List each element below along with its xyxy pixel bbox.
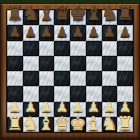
- square-a5[interactable]: [7, 56, 23, 71]
- square-e7[interactable]: ♟: [70, 25, 86, 40]
- black-pawn-f7[interactable]: ♟: [87, 25, 100, 39]
- square-g1[interactable]: ♞: [102, 117, 118, 132]
- square-b6[interactable]: [23, 41, 39, 56]
- square-d7[interactable]: ♟: [54, 25, 70, 40]
- white-knight-b1[interactable]: ♞: [22, 114, 39, 133]
- square-e5[interactable]: [70, 56, 86, 71]
- square-c7[interactable]: ♟: [39, 25, 55, 40]
- chess-app-window: ♜♞♝♛♚♝♞♜♟♟♟♟♟♟♟♟♟♟♟♟♟♟♟♟♜♞♝♛♚♝♞♜: [0, 0, 140, 140]
- square-h5[interactable]: [117, 56, 133, 71]
- square-b7[interactable]: ♟: [23, 25, 39, 40]
- square-e6[interactable]: [70, 41, 86, 56]
- black-pawn-h7[interactable]: ♟: [119, 25, 132, 39]
- square-e1[interactable]: ♚: [70, 117, 86, 132]
- black-pawn-c7[interactable]: ♟: [40, 25, 53, 39]
- square-d4[interactable]: [54, 71, 70, 86]
- square-f5[interactable]: [86, 56, 102, 71]
- square-a1[interactable]: ♜: [7, 117, 23, 132]
- black-rook-h8[interactable]: ♜: [116, 3, 134, 23]
- square-g4[interactable]: [102, 71, 118, 86]
- square-a6[interactable]: [7, 41, 23, 56]
- square-g6[interactable]: [102, 41, 118, 56]
- square-d6[interactable]: [54, 41, 70, 56]
- white-king-e1[interactable]: ♚: [69, 114, 86, 133]
- black-pawn-d7[interactable]: ♟: [56, 25, 69, 39]
- white-bishop-c1[interactable]: ♝: [38, 114, 55, 133]
- square-c5[interactable]: [39, 56, 55, 71]
- white-bishop-f1[interactable]: ♝: [85, 114, 102, 133]
- white-knight-g1[interactable]: ♞: [101, 114, 118, 133]
- square-a4[interactable]: [7, 71, 23, 86]
- square-g5[interactable]: [102, 56, 118, 71]
- chess-board: ♜♞♝♛♚♝♞♜♟♟♟♟♟♟♟♟♟♟♟♟♟♟♟♟♜♞♝♛♚♝♞♜: [7, 10, 133, 132]
- square-c1[interactable]: ♝: [39, 117, 55, 132]
- square-b1[interactable]: ♞: [23, 117, 39, 132]
- square-a7[interactable]: ♟: [7, 25, 23, 40]
- square-b4[interactable]: [23, 71, 39, 86]
- square-f4[interactable]: [86, 71, 102, 86]
- black-pawn-g7[interactable]: ♟: [103, 25, 116, 39]
- white-rook-a1[interactable]: ♜: [6, 114, 23, 133]
- square-h6[interactable]: [117, 41, 133, 56]
- square-h1[interactable]: ♜: [117, 117, 133, 132]
- square-f1[interactable]: ♝: [86, 117, 102, 132]
- square-c6[interactable]: [39, 41, 55, 56]
- square-f7[interactable]: ♟: [86, 25, 102, 40]
- square-g7[interactable]: ♟: [102, 25, 118, 40]
- square-d1[interactable]: ♛: [54, 117, 70, 132]
- white-rook-h1[interactable]: ♜: [117, 114, 134, 133]
- black-pawn-a7[interactable]: ♟: [9, 25, 22, 39]
- black-pawn-e7[interactable]: ♟: [72, 25, 85, 39]
- square-b5[interactable]: [23, 56, 39, 71]
- square-d5[interactable]: [54, 56, 70, 71]
- square-f6[interactable]: [86, 41, 102, 56]
- square-h4[interactable]: [117, 71, 133, 86]
- square-e4[interactable]: [70, 71, 86, 86]
- square-h7[interactable]: ♟: [117, 25, 133, 40]
- black-pawn-b7[interactable]: ♟: [24, 25, 37, 39]
- white-queen-d1[interactable]: ♛: [54, 114, 71, 133]
- square-c4[interactable]: [39, 71, 55, 86]
